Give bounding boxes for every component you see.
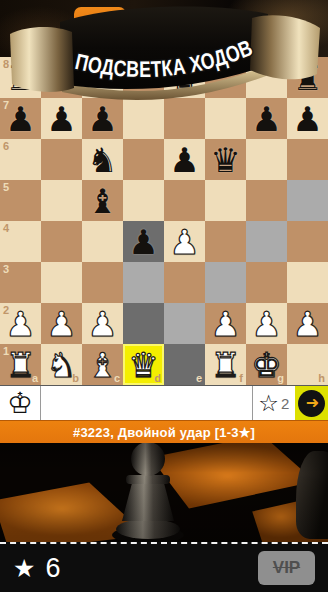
file-label-h: h — [318, 373, 325, 384]
square-d6[interactable] — [123, 139, 164, 180]
square-h1[interactable]: h — [287, 344, 328, 385]
square-e1[interactable]: e — [164, 344, 205, 385]
square-a1[interactable]: 1a♜ — [0, 344, 41, 385]
square-e4[interactable]: ♟ — [164, 221, 205, 262]
square-d5[interactable] — [123, 180, 164, 221]
square-f4[interactable] — [205, 221, 246, 262]
black-pawn: ♟ — [251, 102, 281, 136]
puzzle-title-bar: #3223, Двойной удар [1-3★] — [0, 420, 328, 443]
square-g1[interactable]: g♚ — [246, 344, 287, 385]
stars-earned-count: 6 — [45, 553, 60, 584]
side-to-move-indicator: ♔ — [0, 386, 41, 420]
black-pawn: ♟ — [46, 102, 76, 136]
black-pawn: ♟ — [87, 102, 117, 136]
square-d1[interactable]: d♛ — [123, 344, 164, 385]
square-g5[interactable] — [246, 180, 287, 221]
square-a7[interactable]: 7♟ — [0, 98, 41, 139]
square-g6[interactable] — [246, 139, 287, 180]
black-king: ♚ — [169, 61, 199, 95]
square-a5[interactable]: 5 — [0, 180, 41, 221]
square-c4[interactable] — [82, 221, 123, 262]
rank-label-4: 4 — [3, 223, 9, 234]
white-pawn: ♟ — [169, 225, 199, 259]
puzzle-rating: ☆ 2 — [253, 386, 295, 420]
black-pawn: ♟ — [169, 143, 199, 177]
square-c2[interactable]: ♟ — [82, 303, 123, 344]
file-label-e: e — [196, 373, 202, 384]
rank-label-7: 7 — [3, 100, 9, 111]
square-d2[interactable] — [123, 303, 164, 344]
square-h7[interactable]: ♟ — [287, 98, 328, 139]
chess-photo-banner — [0, 443, 328, 542]
puzzle-title: #3223, Двойной удар [1-3★] — [73, 425, 255, 440]
rank-label-1: 1 — [3, 346, 9, 357]
square-a3[interactable]: 3 — [0, 262, 41, 303]
file-label-d: d — [154, 373, 161, 384]
square-h3[interactable] — [287, 262, 328, 303]
square-c6[interactable]: ♞ — [82, 139, 123, 180]
square-c3[interactable] — [82, 262, 123, 303]
square-d8[interactable] — [123, 57, 164, 98]
arrow-right-icon: ➜ — [306, 395, 319, 411]
submit-move-button[interactable]: ➜ — [295, 386, 328, 420]
black-pawn: ♟ — [5, 102, 35, 136]
move-input-row: ♔ ☆ 2 ➜ — [0, 385, 328, 420]
square-e3[interactable] — [164, 262, 205, 303]
puzzle-rating-value: 2 — [281, 395, 289, 412]
file-label-c: c — [114, 373, 120, 384]
black-queen: ♛ — [210, 143, 240, 177]
move-input[interactable] — [41, 386, 253, 420]
app-screen: И 8♜♚♜7♟♟♟♟♟6♞♟♛5♝4♟♟32♟♟♟♟♟♟1a♜b♞c♝d♛ef… — [0, 0, 328, 592]
square-h6[interactable] — [287, 139, 328, 180]
white-pawn: ♟ — [251, 307, 281, 341]
square-b2[interactable]: ♟ — [41, 303, 82, 344]
move-input-wrap — [41, 386, 253, 420]
square-g7[interactable]: ♟ — [246, 98, 287, 139]
square-e5[interactable] — [164, 180, 205, 221]
black-pawn: ♟ — [128, 225, 158, 259]
star-filled-icon: ★ — [13, 556, 35, 581]
square-g2[interactable]: ♟ — [246, 303, 287, 344]
square-b3[interactable] — [41, 262, 82, 303]
submit-circle: ➜ — [298, 390, 325, 417]
black-rook: ♜ — [5, 61, 35, 95]
square-a4[interactable]: 4 — [0, 221, 41, 262]
square-f8[interactable] — [205, 57, 246, 98]
black-knight: ♞ — [87, 143, 117, 177]
rank-label-5: 5 — [3, 182, 9, 193]
white-pawn: ♟ — [210, 307, 240, 341]
black-rook: ♜ — [292, 61, 322, 95]
top-orange-tab-label: И — [79, 14, 90, 31]
square-c7[interactable]: ♟ — [82, 98, 123, 139]
square-f6[interactable]: ♛ — [205, 139, 246, 180]
photo-vignette — [0, 443, 328, 542]
square-e2[interactable] — [164, 303, 205, 344]
star-outline-icon: ☆ — [258, 392, 279, 415]
square-c8[interactable] — [82, 57, 123, 98]
square-b1[interactable]: b♞ — [41, 344, 82, 385]
square-e8[interactable]: ♚ — [164, 57, 205, 98]
square-b5[interactable] — [41, 180, 82, 221]
top-orange-tab-button[interactable]: И — [74, 7, 126, 37]
square-g8[interactable] — [246, 57, 287, 98]
rank-label-8: 8 — [3, 59, 9, 70]
square-h5[interactable] — [287, 180, 328, 221]
square-a8[interactable]: 8♜ — [0, 57, 41, 98]
black-bishop: ♝ — [87, 184, 117, 218]
square-b8[interactable] — [41, 57, 82, 98]
square-h8[interactable]: ♜ — [287, 57, 328, 98]
square-f2[interactable]: ♟ — [205, 303, 246, 344]
vip-label: VIP — [273, 558, 300, 577]
white-pawn: ♟ — [46, 307, 76, 341]
bottom-status-bar: ★ 6 VIP — [0, 542, 328, 592]
rank-label-2: 2 — [3, 305, 9, 316]
square-g3[interactable] — [246, 262, 287, 303]
square-b6[interactable] — [41, 139, 82, 180]
square-e6[interactable]: ♟ — [164, 139, 205, 180]
chess-board[interactable]: 8♜♚♜7♟♟♟♟♟6♞♟♛5♝4♟♟32♟♟♟♟♟♟1a♜b♞c♝d♛ef♜g… — [0, 57, 328, 385]
square-f7[interactable] — [205, 98, 246, 139]
square-b4[interactable] — [41, 221, 82, 262]
square-d4[interactable]: ♟ — [123, 221, 164, 262]
square-d7[interactable] — [123, 98, 164, 139]
black-pawn: ♟ — [292, 102, 322, 136]
top-background-photo — [0, 0, 328, 57]
square-e7[interactable] — [164, 98, 205, 139]
white-pawn: ♟ — [292, 307, 322, 341]
square-g4[interactable] — [246, 221, 287, 262]
square-c1[interactable]: c♝ — [82, 344, 123, 385]
file-label-g: g — [277, 373, 284, 384]
square-a6[interactable]: 6 — [0, 139, 41, 180]
square-b7[interactable]: ♟ — [41, 98, 82, 139]
white-pawn: ♟ — [5, 307, 35, 341]
white-rook: ♜ — [210, 348, 240, 382]
white-pawn: ♟ — [87, 307, 117, 341]
square-f3[interactable] — [205, 262, 246, 303]
vip-button[interactable]: VIP — [258, 551, 315, 585]
square-a2[interactable]: 2♟ — [0, 303, 41, 344]
square-h2[interactable]: ♟ — [287, 303, 328, 344]
white-king-icon: ♔ — [7, 386, 33, 420]
square-f5[interactable] — [205, 180, 246, 221]
file-label-f: f — [239, 373, 243, 384]
rank-label-3: 3 — [3, 264, 9, 275]
file-label-a: a — [32, 373, 38, 384]
square-h4[interactable] — [287, 221, 328, 262]
square-d3[interactable] — [123, 262, 164, 303]
file-label-b: b — [72, 373, 79, 384]
rank-label-6: 6 — [3, 141, 9, 152]
square-c5[interactable]: ♝ — [82, 180, 123, 221]
square-f1[interactable]: f♜ — [205, 344, 246, 385]
